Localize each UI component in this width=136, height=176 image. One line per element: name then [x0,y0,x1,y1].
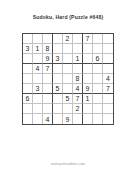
cell-r9c6 [73,114,83,124]
cell-r2c9 [103,44,113,54]
cell-r2c2: 1 [33,44,43,54]
cell-r5c1 [23,74,33,84]
cell-r9c2 [33,114,43,124]
cell-r2c6 [73,44,83,54]
cell-r9c1 [23,114,33,124]
cell-r2c5 [63,44,73,54]
cell-r6c6: 4 [73,84,83,94]
cell-r6c3 [43,84,53,94]
cell-r7c4 [53,94,63,104]
cell-r1c9 [103,34,113,44]
cell-r6c7: 9 [83,84,93,94]
cell-r8c3 [43,104,53,114]
cell-r5c5 [63,74,73,84]
cell-r6c1 [23,84,33,94]
cell-r2c3: 8 [43,44,53,54]
cell-r4c3: 7 [43,64,53,74]
cell-r1c6 [73,34,83,44]
cell-r1c3 [43,34,53,44]
cell-r4c2: 4 [33,64,43,74]
cell-r3c2 [33,54,43,64]
cell-r5c7 [83,74,93,84]
cell-r3c9 [103,54,113,64]
cell-r1c1 [23,34,33,44]
cell-r1c5: 2 [63,34,73,44]
cell-r9c7 [83,114,93,124]
cell-r3c5 [63,54,73,64]
cell-r4c9 [103,64,113,74]
cell-r1c2 [33,34,43,44]
footer-url: www.printsudoku.com [0,162,136,166]
sudoku-board: 2731893164784354976571249 [22,33,114,125]
cell-r3c8: 6 [93,54,103,64]
cell-r2c8 [93,44,103,54]
cell-r7c3 [43,94,53,104]
page-title: Sudoku, Hard (Puzzle #648) [0,14,136,20]
cell-r3c6: 1 [73,54,83,64]
cell-r7c8 [93,94,103,104]
cell-r8c9 [103,104,113,114]
cell-r8c1 [23,104,33,114]
cell-r9c8 [93,114,103,124]
cell-r4c7 [83,64,93,74]
cell-r5c9: 4 [103,74,113,84]
cell-r7c1: 6 [23,94,33,104]
cell-r7c7: 1 [83,94,93,104]
cell-r9c5: 9 [63,114,73,124]
cell-r7c2 [33,94,43,104]
cell-r9c9 [103,114,113,124]
cell-r6c9: 7 [103,84,113,94]
cell-r8c5 [63,104,73,114]
cell-r5c2 [33,74,43,84]
cell-r5c6: 8 [73,74,83,84]
cell-r6c4: 5 [53,84,63,94]
cell-r4c4 [53,64,63,74]
cell-r8c7 [83,104,93,114]
cell-r3c3: 9 [43,54,53,64]
cell-r7c6: 7 [73,94,83,104]
cell-r8c4 [53,104,63,114]
cell-r6c2: 3 [33,84,43,94]
cell-r2c7 [83,44,93,54]
cell-r3c1 [23,54,33,64]
cell-r3c4: 3 [53,54,63,64]
cell-r8c6: 2 [73,104,83,114]
cell-r5c3 [43,74,53,84]
cell-r7c9 [103,94,113,104]
cell-r2c4 [53,44,63,54]
cell-r7c5: 5 [63,94,73,104]
cell-r4c6 [73,64,83,74]
cell-r9c4 [53,114,63,124]
cell-r4c8 [93,64,103,74]
cell-r4c1 [23,64,33,74]
cell-r9c3: 4 [43,114,53,124]
cell-r1c7: 7 [83,34,93,44]
cell-r8c2 [33,104,43,114]
cell-r2c1: 3 [23,44,33,54]
cell-r8c8 [93,104,103,114]
cell-r4c5 [63,64,73,74]
cell-r5c4 [53,74,63,84]
sudoku-page: Sudoku, Hard (Puzzle #648) 2731893164784… [0,0,136,176]
cell-r6c5 [63,84,73,94]
cell-r6c8 [93,84,103,94]
cell-r1c4 [53,34,63,44]
cell-r3c7 [83,54,93,64]
cell-r1c8 [93,34,103,44]
cell-r5c8 [93,74,103,84]
